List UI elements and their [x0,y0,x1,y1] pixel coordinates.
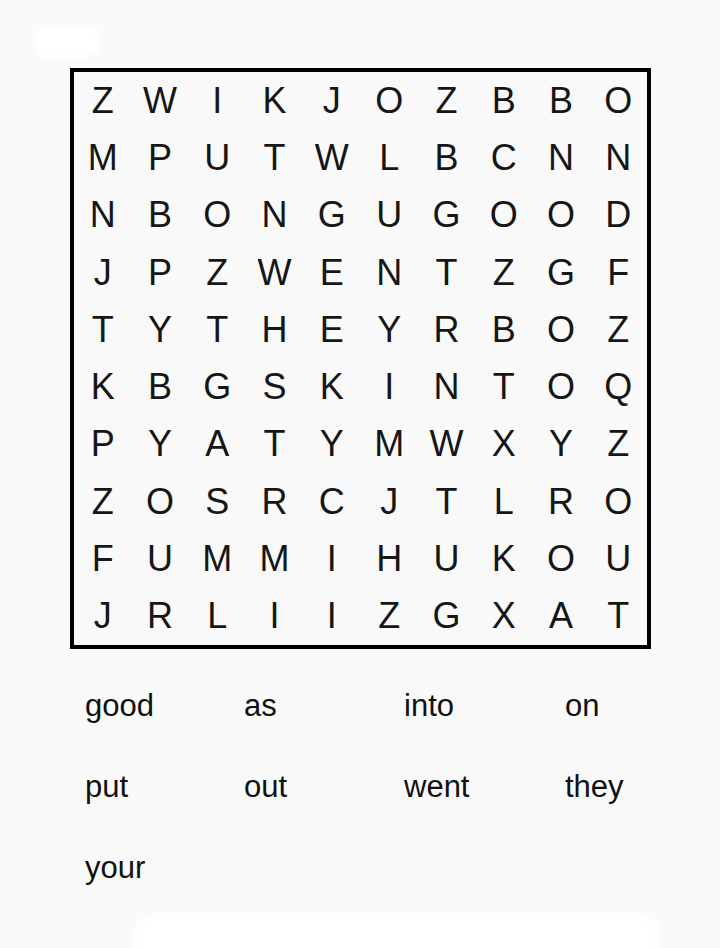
grid-cell-r10c7[interactable]: G [418,588,475,645]
grid-cell-r6c7[interactable]: N [418,358,475,415]
grid-cell-r10c6[interactable]: Z [360,588,417,645]
grid-cell-r4c10[interactable]: F [590,244,647,301]
grid-cell-r7c5[interactable]: Y [303,416,360,473]
grid-cell-r5c6[interactable]: Y [360,301,417,358]
letter-grid: ZWIKJOZBBOMPUTWLBCNNNBONGUGOODJPZWENTZGF… [74,72,647,645]
grid-cell-r6c8[interactable]: T [475,358,532,415]
grid-cell-r2c10[interactable]: N [590,129,647,186]
grid-cell-r2c5[interactable]: W [303,129,360,186]
grid-cell-r8c7[interactable]: T [418,473,475,530]
grid-cell-r5c5[interactable]: E [303,301,360,358]
grid-cell-r1c7[interactable]: Z [418,72,475,129]
grid-cell-r8c1[interactable]: Z [74,473,131,530]
grid-cell-r7c3[interactable]: A [189,416,246,473]
grid-cell-r4c3[interactable]: Z [189,244,246,301]
grid-cell-r9c7[interactable]: U [418,530,475,587]
grid-cell-r6c4[interactable]: S [246,358,303,415]
grid-cell-r6c10[interactable]: Q [590,358,647,415]
grid-cell-r2c8[interactable]: C [475,129,532,186]
grid-cell-r2c4[interactable]: T [246,129,303,186]
grid-cell-r10c1[interactable]: J [74,588,131,645]
grid-cell-r2c2[interactable]: P [131,129,188,186]
grid-cell-r3c6[interactable]: U [360,187,417,244]
grid-cell-r3c2[interactable]: B [131,187,188,244]
grid-cell-r9c10[interactable]: U [590,530,647,587]
grid-cell-r8c6[interactable]: J [360,473,417,530]
grid-cell-r6c9[interactable]: O [532,358,589,415]
grid-cell-r10c4[interactable]: I [246,588,303,645]
grid-cell-r9c4[interactable]: M [246,530,303,587]
word-search-board: ZWIKJOZBBOMPUTWLBCNNNBONGUGOODJPZWENTZGF… [70,68,651,649]
grid-cell-r5c8[interactable]: B [475,301,532,358]
grid-cell-r4c6[interactable]: N [360,244,417,301]
grid-cell-r5c4[interactable]: H [246,301,303,358]
grid-cell-r7c7[interactable]: W [418,416,475,473]
grid-cell-r4c9[interactable]: G [532,244,589,301]
grid-cell-r8c4[interactable]: R [246,473,303,530]
grid-cell-r5c10[interactable]: Z [590,301,647,358]
erased-watermark-blob [140,920,652,948]
grid-cell-r8c5[interactable]: C [303,473,360,530]
grid-cell-r6c3[interactable]: G [189,358,246,415]
grid-cell-r4c8[interactable]: Z [475,244,532,301]
grid-cell-r4c2[interactable]: P [131,244,188,301]
grid-cell-r10c3[interactable]: L [189,588,246,645]
grid-cell-r2c3[interactable]: U [189,129,246,186]
grid-cell-r9c5[interactable]: I [303,530,360,587]
word-went: went [404,769,469,805]
word-out: out [244,769,287,805]
grid-cell-r7c10[interactable]: Z [590,416,647,473]
grid-cell-r1c2[interactable]: W [131,72,188,129]
grid-cell-r9c9[interactable]: O [532,530,589,587]
grid-cell-r5c7[interactable]: R [418,301,475,358]
grid-cell-r10c8[interactable]: X [475,588,532,645]
grid-cell-r3c3[interactable]: O [189,187,246,244]
grid-cell-r7c4[interactable]: T [246,416,303,473]
grid-cell-r2c1[interactable]: M [74,129,131,186]
grid-cell-r7c6[interactable]: M [360,416,417,473]
grid-cell-r10c9[interactable]: A [532,588,589,645]
word-list-row-2: putoutwentthey [85,769,651,813]
grid-cell-r1c3[interactable]: I [189,72,246,129]
grid-cell-r3c4[interactable]: N [246,187,303,244]
grid-cell-r6c2[interactable]: B [131,358,188,415]
grid-cell-r6c1[interactable]: K [74,358,131,415]
word-list-row-3: your [85,850,651,894]
grid-cell-r1c9[interactable]: B [532,72,589,129]
grid-cell-r4c1[interactable]: J [74,244,131,301]
grid-cell-r8c9[interactable]: R [532,473,589,530]
grid-cell-r2c7[interactable]: B [418,129,475,186]
grid-cell-r8c10[interactable]: O [590,473,647,530]
grid-cell-r9c6[interactable]: H [360,530,417,587]
grid-cell-r8c2[interactable]: O [131,473,188,530]
grid-cell-r3c7[interactable]: G [418,187,475,244]
grid-cell-r5c3[interactable]: T [189,301,246,358]
grid-cell-r1c10[interactable]: O [590,72,647,129]
word-put: put [85,769,128,805]
grid-cell-r4c7[interactable]: T [418,244,475,301]
word-list-row-1: goodasintoon [85,688,651,732]
word-on: on [565,688,599,724]
grid-cell-r8c3[interactable]: S [189,473,246,530]
word-your: your [85,850,145,886]
grid-cell-r8c8[interactable]: L [475,473,532,530]
grid-cell-r5c2[interactable]: Y [131,301,188,358]
grid-cell-r7c1[interactable]: P [74,416,131,473]
grid-cell-r1c4[interactable]: K [246,72,303,129]
erased-logo-blob [38,30,96,52]
grid-cell-r5c9[interactable]: O [532,301,589,358]
grid-cell-r2c6[interactable]: L [360,129,417,186]
grid-cell-r5c1[interactable]: T [74,301,131,358]
grid-cell-r10c5[interactable]: I [303,588,360,645]
grid-cell-r4c4[interactable]: W [246,244,303,301]
word-into: into [404,688,454,724]
grid-cell-r1c5[interactable]: J [303,72,360,129]
word-they: they [565,769,624,805]
grid-cell-r3c5[interactable]: G [303,187,360,244]
word-as: as [244,688,277,724]
grid-cell-r3c10[interactable]: D [590,187,647,244]
grid-cell-r1c1[interactable]: Z [74,72,131,129]
grid-cell-r4c5[interactable]: E [303,244,360,301]
word-list: goodasintoonputoutwenttheyyour [85,688,651,918]
grid-cell-r9c2[interactable]: U [131,530,188,587]
grid-cell-r1c8[interactable]: B [475,72,532,129]
grid-cell-r3c1[interactable]: N [74,187,131,244]
grid-cell-r9c1[interactable]: F [74,530,131,587]
grid-cell-r7c8[interactable]: X [475,416,532,473]
word-good: good [85,688,154,724]
worksheet-page: ZWIKJOZBBOMPUTWLBCNNNBONGUGOODJPZWENTZGF… [0,0,720,948]
grid-cell-r10c2[interactable]: R [131,588,188,645]
grid-cell-r3c8[interactable]: O [475,187,532,244]
grid-cell-r6c6[interactable]: I [360,358,417,415]
grid-cell-r9c8[interactable]: K [475,530,532,587]
grid-cell-r9c3[interactable]: M [189,530,246,587]
grid-cell-r2c9[interactable]: N [532,129,589,186]
grid-cell-r7c2[interactable]: Y [131,416,188,473]
grid-cell-r10c10[interactable]: T [590,588,647,645]
grid-cell-r7c9[interactable]: Y [532,416,589,473]
grid-cell-r6c5[interactable]: K [303,358,360,415]
grid-cell-r1c6[interactable]: O [360,72,417,129]
grid-cell-r3c9[interactable]: O [532,187,589,244]
